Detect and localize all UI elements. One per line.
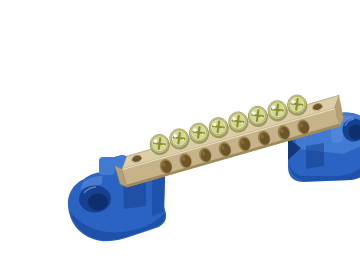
mounting-hole-left	[88, 194, 108, 211]
terminal-busbar-illustration	[40, 16, 360, 270]
product-photo	[40, 16, 360, 270]
left-bracket-tab	[99, 157, 115, 175]
right-bracket-step	[306, 143, 324, 169]
